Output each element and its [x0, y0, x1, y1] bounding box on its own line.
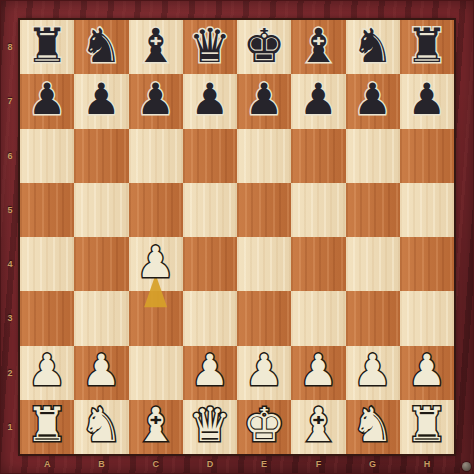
square-d4[interactable] — [183, 237, 237, 291]
square-e2[interactable] — [237, 346, 291, 400]
square-b1[interactable] — [74, 400, 128, 454]
chess-board[interactable]: ♜♜♞♞♝♝♛♛♚♚♝♝♞♞♜♜♟︎♟︎♟︎♟︎♟︎♟︎♟︎♟︎♟︎♟︎♟︎♟︎… — [20, 20, 454, 454]
square-a8[interactable] — [20, 20, 74, 74]
file-label-e: E — [237, 454, 291, 474]
square-b2[interactable] — [74, 346, 128, 400]
square-c7[interactable] — [129, 74, 183, 128]
chess-board-frame: ♜♜♞♞♝♝♛♛♚♚♝♝♞♞♜♜♟︎♟︎♟︎♟︎♟︎♟︎♟︎♟︎♟︎♟︎♟︎♟︎… — [0, 0, 474, 474]
square-d2[interactable] — [183, 346, 237, 400]
rank-label-8: 8 — [0, 20, 20, 74]
square-d5[interactable] — [183, 183, 237, 237]
square-g4[interactable] — [346, 237, 400, 291]
square-a2[interactable] — [20, 346, 74, 400]
square-f1[interactable] — [291, 400, 345, 454]
square-g1[interactable] — [346, 400, 400, 454]
square-g6[interactable] — [346, 129, 400, 183]
square-h3[interactable] — [400, 291, 454, 345]
square-h4[interactable] — [400, 237, 454, 291]
square-b5[interactable] — [74, 183, 128, 237]
square-g2[interactable] — [346, 346, 400, 400]
square-g3[interactable] — [346, 291, 400, 345]
rank-label-6: 6 — [0, 129, 20, 183]
file-label-f: F — [291, 454, 345, 474]
square-b8[interactable] — [74, 20, 128, 74]
square-g8[interactable] — [346, 20, 400, 74]
square-h7[interactable] — [400, 74, 454, 128]
square-e5[interactable] — [237, 183, 291, 237]
square-a5[interactable] — [20, 183, 74, 237]
square-c8[interactable] — [129, 20, 183, 74]
board-squares[interactable] — [20, 20, 454, 454]
square-e4[interactable] — [237, 237, 291, 291]
rank-label-1: 1 — [0, 400, 20, 454]
square-f2[interactable] — [291, 346, 345, 400]
square-h2[interactable] — [400, 346, 454, 400]
square-h8[interactable] — [400, 20, 454, 74]
file-label-a: A — [20, 454, 74, 474]
square-a7[interactable] — [20, 74, 74, 128]
file-label-b: B — [74, 454, 128, 474]
square-d3[interactable] — [183, 291, 237, 345]
square-f7[interactable] — [291, 74, 345, 128]
square-h6[interactable] — [400, 129, 454, 183]
square-f3[interactable] — [291, 291, 345, 345]
square-c5[interactable] — [129, 183, 183, 237]
rank-label-4: 4 — [0, 237, 20, 291]
file-coordinates: ABCDEFGH — [20, 454, 454, 474]
square-e3[interactable] — [237, 291, 291, 345]
square-c6[interactable] — [129, 129, 183, 183]
square-b3[interactable] — [74, 291, 128, 345]
square-d8[interactable] — [183, 20, 237, 74]
square-c2[interactable] — [129, 346, 183, 400]
rank-label-3: 3 — [0, 291, 20, 345]
square-c4[interactable] — [129, 237, 183, 291]
square-e7[interactable] — [237, 74, 291, 128]
rank-label-2: 2 — [0, 346, 20, 400]
file-label-c: C — [129, 454, 183, 474]
square-h5[interactable] — [400, 183, 454, 237]
square-b6[interactable] — [74, 129, 128, 183]
file-label-h: H — [400, 454, 454, 474]
square-b7[interactable] — [74, 74, 128, 128]
square-f8[interactable] — [291, 20, 345, 74]
square-h1[interactable] — [400, 400, 454, 454]
square-f5[interactable] — [291, 183, 345, 237]
rank-coordinates: 87654321 — [0, 20, 20, 454]
square-e1[interactable] — [237, 400, 291, 454]
square-f4[interactable] — [291, 237, 345, 291]
square-a6[interactable] — [20, 129, 74, 183]
file-label-g: G — [346, 454, 400, 474]
file-label-d: D — [183, 454, 237, 474]
square-c1[interactable] — [129, 400, 183, 454]
rank-label-5: 5 — [0, 183, 20, 237]
square-e6[interactable] — [237, 129, 291, 183]
square-c3[interactable] — [129, 291, 183, 345]
square-g7[interactable] — [346, 74, 400, 128]
square-d1[interactable] — [183, 400, 237, 454]
square-a4[interactable] — [20, 237, 74, 291]
square-a1[interactable] — [20, 400, 74, 454]
square-e8[interactable] — [237, 20, 291, 74]
square-d6[interactable] — [183, 129, 237, 183]
square-d7[interactable] — [183, 74, 237, 128]
watermark-dot — [462, 462, 471, 471]
rank-label-7: 7 — [0, 74, 20, 128]
square-a3[interactable] — [20, 291, 74, 345]
square-f6[interactable] — [291, 129, 345, 183]
square-g5[interactable] — [346, 183, 400, 237]
square-b4[interactable] — [74, 237, 128, 291]
